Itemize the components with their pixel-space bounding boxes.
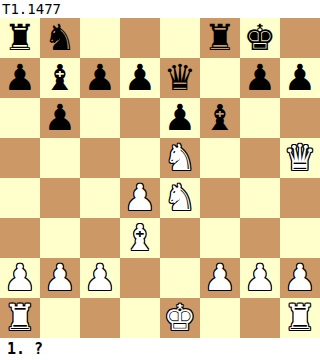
square-f2[interactable]: ♟︎ — [200, 258, 240, 298]
piece-white-rook: ♜︎ — [284, 298, 316, 338]
piece-white-bishop: ♝︎ — [124, 218, 156, 258]
square-h7[interactable]: ♟︎ — [280, 58, 320, 98]
square-c3[interactable] — [80, 218, 120, 258]
square-b5[interactable] — [40, 138, 80, 178]
square-b3[interactable] — [40, 218, 80, 258]
square-c1[interactable] — [80, 298, 120, 338]
square-c2[interactable]: ♟︎ — [80, 258, 120, 298]
piece-black-pawn: ♟︎ — [84, 58, 116, 98]
square-e6[interactable]: ♟︎ — [160, 98, 200, 138]
square-c4[interactable] — [80, 178, 120, 218]
piece-white-pawn: ♟︎ — [44, 258, 76, 298]
piece-black-pawn: ♟︎ — [284, 58, 316, 98]
square-d7[interactable]: ♟︎ — [120, 58, 160, 98]
square-e7[interactable]: ♛︎ — [160, 58, 200, 98]
piece-white-knight: ♞︎ — [164, 138, 196, 178]
piece-black-rook: ♜︎ — [204, 18, 236, 58]
square-e2[interactable] — [160, 258, 200, 298]
move-prompt: 1. ? — [0, 338, 320, 360]
square-g3[interactable] — [240, 218, 280, 258]
piece-white-pawn: ♟︎ — [284, 258, 316, 298]
square-b7[interactable]: ♝︎ — [40, 58, 80, 98]
square-g4[interactable] — [240, 178, 280, 218]
piece-black-knight: ♞︎ — [44, 18, 76, 58]
piece-black-pawn: ♟︎ — [164, 98, 196, 138]
square-d4[interactable]: ♟︎ — [120, 178, 160, 218]
piece-black-pawn: ♟︎ — [124, 58, 156, 98]
square-c6[interactable] — [80, 98, 120, 138]
square-f5[interactable] — [200, 138, 240, 178]
square-b8[interactable]: ♞︎ — [40, 18, 80, 58]
piece-white-pawn: ♟︎ — [204, 258, 236, 298]
square-e5[interactable]: ♞︎ — [160, 138, 200, 178]
square-g1[interactable] — [240, 298, 280, 338]
piece-black-pawn: ♟︎ — [44, 98, 76, 138]
piece-black-rook: ♜︎ — [4, 18, 36, 58]
piece-white-pawn: ♟︎ — [84, 258, 116, 298]
square-e3[interactable] — [160, 218, 200, 258]
square-d5[interactable] — [120, 138, 160, 178]
piece-black-bishop: ♝︎ — [44, 58, 76, 98]
square-h8[interactable] — [280, 18, 320, 58]
square-g6[interactable] — [240, 98, 280, 138]
square-f8[interactable]: ♜︎ — [200, 18, 240, 58]
square-d2[interactable] — [120, 258, 160, 298]
square-b1[interactable] — [40, 298, 80, 338]
square-d1[interactable] — [120, 298, 160, 338]
piece-white-pawn: ♟︎ — [124, 178, 156, 218]
square-h6[interactable] — [280, 98, 320, 138]
square-f6[interactable]: ♝︎ — [200, 98, 240, 138]
square-h4[interactable] — [280, 178, 320, 218]
square-a7[interactable]: ♟︎ — [0, 58, 40, 98]
square-a1[interactable]: ♜︎ — [0, 298, 40, 338]
square-a5[interactable] — [0, 138, 40, 178]
square-h3[interactable] — [280, 218, 320, 258]
chess-board: ♜︎♞︎♜︎♚︎♟︎♝︎♟︎♟︎♛︎♟︎♟︎♟︎♟︎♝︎♞︎♛︎♟︎♞︎♝︎♟︎… — [0, 18, 320, 338]
square-a8[interactable]: ♜︎ — [0, 18, 40, 58]
square-f3[interactable] — [200, 218, 240, 258]
puzzle-id: T1.1477 — [0, 0, 320, 18]
piece-black-king: ♚︎ — [244, 18, 276, 58]
square-e4[interactable]: ♞︎ — [160, 178, 200, 218]
piece-white-pawn: ♟︎ — [244, 258, 276, 298]
square-g8[interactable]: ♚︎ — [240, 18, 280, 58]
piece-black-pawn: ♟︎ — [244, 58, 276, 98]
piece-white-knight: ♞︎ — [164, 178, 196, 218]
square-a3[interactable] — [0, 218, 40, 258]
square-g2[interactable]: ♟︎ — [240, 258, 280, 298]
square-a6[interactable] — [0, 98, 40, 138]
square-f4[interactable] — [200, 178, 240, 218]
square-a4[interactable] — [0, 178, 40, 218]
piece-black-pawn: ♟︎ — [4, 58, 36, 98]
piece-black-queen: ♛︎ — [164, 58, 196, 98]
square-c8[interactable] — [80, 18, 120, 58]
square-h1[interactable]: ♜︎ — [280, 298, 320, 338]
square-c7[interactable]: ♟︎ — [80, 58, 120, 98]
square-e1[interactable]: ♚︎ — [160, 298, 200, 338]
square-d6[interactable] — [120, 98, 160, 138]
square-f1[interactable] — [200, 298, 240, 338]
square-b6[interactable]: ♟︎ — [40, 98, 80, 138]
square-c5[interactable] — [80, 138, 120, 178]
chess-puzzle-window: T1.1477 ♜︎♞︎♜︎♚︎♟︎♝︎♟︎♟︎♛︎♟︎♟︎♟︎♟︎♝︎♞︎♛︎… — [0, 0, 320, 360]
piece-white-rook: ♜︎ — [4, 298, 36, 338]
square-g7[interactable]: ♟︎ — [240, 58, 280, 98]
piece-white-pawn: ♟︎ — [4, 258, 36, 298]
square-e8[interactable] — [160, 18, 200, 58]
square-b2[interactable]: ♟︎ — [40, 258, 80, 298]
square-h5[interactable]: ♛︎ — [280, 138, 320, 178]
piece-black-bishop: ♝︎ — [204, 98, 236, 138]
piece-white-queen: ♛︎ — [284, 138, 316, 178]
square-h2[interactable]: ♟︎ — [280, 258, 320, 298]
piece-white-king: ♚︎ — [164, 298, 196, 338]
square-a2[interactable]: ♟︎ — [0, 258, 40, 298]
square-d3[interactable]: ♝︎ — [120, 218, 160, 258]
square-b4[interactable] — [40, 178, 80, 218]
square-d8[interactable] — [120, 18, 160, 58]
square-f7[interactable] — [200, 58, 240, 98]
square-g5[interactable] — [240, 138, 280, 178]
